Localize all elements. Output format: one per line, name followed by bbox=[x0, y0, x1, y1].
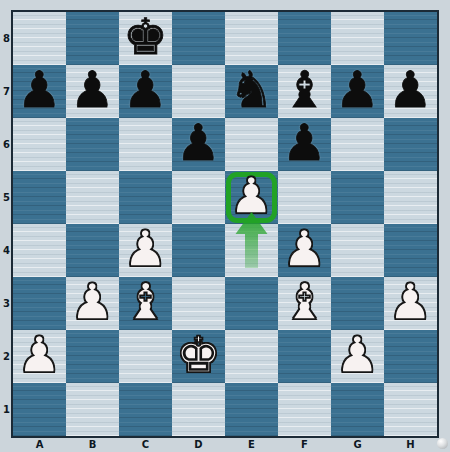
black-knight[interactable]: ♞ bbox=[229, 64, 274, 117]
file-label-g: G bbox=[331, 438, 384, 452]
square-g3[interactable] bbox=[331, 277, 384, 330]
black-pawn[interactable]: ♟ bbox=[335, 64, 380, 117]
file-label-f: F bbox=[278, 438, 331, 452]
square-e5[interactable]: ♟ bbox=[225, 171, 278, 224]
square-c6[interactable] bbox=[119, 118, 172, 171]
file-label-a: A bbox=[13, 438, 66, 452]
square-g2[interactable]: ♟ bbox=[331, 330, 384, 383]
chess-board[interactable]: ♚♟♟♟♞♝♟♟♟♟♟♟♟♟♝♝♟♟♚♟ bbox=[13, 12, 437, 436]
square-b4[interactable] bbox=[66, 224, 119, 277]
square-a4[interactable] bbox=[13, 224, 66, 277]
square-h5[interactable] bbox=[384, 171, 437, 224]
square-b5[interactable] bbox=[66, 171, 119, 224]
square-f8[interactable] bbox=[278, 12, 331, 65]
square-g8[interactable] bbox=[331, 12, 384, 65]
square-d5[interactable] bbox=[172, 171, 225, 224]
rank-label-4: 4 bbox=[0, 224, 13, 277]
black-bishop[interactable]: ♝ bbox=[282, 64, 327, 117]
square-c5[interactable] bbox=[119, 171, 172, 224]
rank-label-2: 2 bbox=[0, 330, 13, 383]
black-pawn[interactable]: ♟ bbox=[176, 117, 221, 170]
white-pawn[interactable]: ♟ bbox=[282, 223, 327, 276]
square-h3[interactable]: ♟ bbox=[384, 277, 437, 330]
square-f7[interactable]: ♝ bbox=[278, 65, 331, 118]
square-h8[interactable] bbox=[384, 12, 437, 65]
corner-dot-icon bbox=[437, 438, 448, 449]
square-c8[interactable]: ♚ bbox=[119, 12, 172, 65]
rank-label-5: 5 bbox=[0, 171, 13, 224]
square-e4[interactable] bbox=[225, 224, 278, 277]
square-d7[interactable] bbox=[172, 65, 225, 118]
rank-label-7: 7 bbox=[0, 65, 13, 118]
file-label-h: H bbox=[384, 438, 437, 452]
square-a2[interactable]: ♟ bbox=[13, 330, 66, 383]
square-h7[interactable]: ♟ bbox=[384, 65, 437, 118]
white-pawn[interactable]: ♟ bbox=[70, 276, 115, 329]
rank-label-1: 1 bbox=[0, 383, 13, 436]
square-h6[interactable] bbox=[384, 118, 437, 171]
white-pawn[interactable]: ♟ bbox=[388, 276, 433, 329]
black-pawn[interactable]: ♟ bbox=[123, 64, 168, 117]
square-a1[interactable] bbox=[13, 383, 66, 436]
rank-label-3: 3 bbox=[0, 277, 13, 330]
rank-labels-column: 87654321 bbox=[0, 12, 13, 436]
square-h1[interactable] bbox=[384, 383, 437, 436]
square-g4[interactable] bbox=[331, 224, 384, 277]
square-c3[interactable]: ♝ bbox=[119, 277, 172, 330]
square-c1[interactable] bbox=[119, 383, 172, 436]
square-b6[interactable] bbox=[66, 118, 119, 171]
square-d1[interactable] bbox=[172, 383, 225, 436]
black-king[interactable]: ♚ bbox=[123, 11, 168, 64]
white-pawn[interactable]: ♟ bbox=[335, 329, 380, 382]
square-d6[interactable]: ♟ bbox=[172, 118, 225, 171]
square-d4[interactable] bbox=[172, 224, 225, 277]
square-g5[interactable] bbox=[331, 171, 384, 224]
file-labels-row: ABCDEFGH bbox=[13, 438, 437, 452]
square-a7[interactable]: ♟ bbox=[13, 65, 66, 118]
rank-label-8: 8 bbox=[0, 12, 13, 65]
square-b3[interactable]: ♟ bbox=[66, 277, 119, 330]
square-a6[interactable] bbox=[13, 118, 66, 171]
square-b8[interactable] bbox=[66, 12, 119, 65]
square-d8[interactable] bbox=[172, 12, 225, 65]
square-h4[interactable] bbox=[384, 224, 437, 277]
square-g1[interactable] bbox=[331, 383, 384, 436]
square-e6[interactable] bbox=[225, 118, 278, 171]
black-pawn[interactable]: ♟ bbox=[17, 64, 62, 117]
white-pawn[interactable]: ♟ bbox=[123, 223, 168, 276]
square-e2[interactable] bbox=[225, 330, 278, 383]
square-f1[interactable] bbox=[278, 383, 331, 436]
chess-board-screen: 87654321 ♚♟♟♟♞♝♟♟♟♟♟♟♟♟♝♝♟♟♚♟ ABCDEFGH bbox=[0, 0, 450, 452]
square-g7[interactable]: ♟ bbox=[331, 65, 384, 118]
square-f2[interactable] bbox=[278, 330, 331, 383]
square-c4[interactable]: ♟ bbox=[119, 224, 172, 277]
square-c7[interactable]: ♟ bbox=[119, 65, 172, 118]
square-h2[interactable] bbox=[384, 330, 437, 383]
file-label-d: D bbox=[172, 438, 225, 452]
square-c2[interactable] bbox=[119, 330, 172, 383]
square-a5[interactable] bbox=[13, 171, 66, 224]
white-bishop[interactable]: ♝ bbox=[123, 276, 168, 329]
white-pawn[interactable]: ♟ bbox=[229, 170, 274, 223]
square-e3[interactable] bbox=[225, 277, 278, 330]
square-b7[interactable]: ♟ bbox=[66, 65, 119, 118]
file-label-b: B bbox=[66, 438, 119, 452]
file-label-c: C bbox=[119, 438, 172, 452]
square-d3[interactable] bbox=[172, 277, 225, 330]
black-pawn[interactable]: ♟ bbox=[388, 64, 433, 117]
white-pawn[interactable]: ♟ bbox=[17, 329, 62, 382]
white-king[interactable]: ♚ bbox=[176, 329, 221, 382]
square-f6[interactable]: ♟ bbox=[278, 118, 331, 171]
square-d2[interactable]: ♚ bbox=[172, 330, 225, 383]
square-f5[interactable] bbox=[278, 171, 331, 224]
file-label-e: E bbox=[225, 438, 278, 452]
square-e8[interactable] bbox=[225, 12, 278, 65]
square-a3[interactable] bbox=[13, 277, 66, 330]
square-b2[interactable] bbox=[66, 330, 119, 383]
square-g6[interactable] bbox=[331, 118, 384, 171]
square-a8[interactable] bbox=[13, 12, 66, 65]
square-e7[interactable]: ♞ bbox=[225, 65, 278, 118]
square-f3[interactable]: ♝ bbox=[278, 277, 331, 330]
black-pawn[interactable]: ♟ bbox=[70, 64, 115, 117]
square-f4[interactable]: ♟ bbox=[278, 224, 331, 277]
white-bishop[interactable]: ♝ bbox=[282, 276, 327, 329]
rank-label-6: 6 bbox=[0, 118, 13, 171]
square-b1[interactable] bbox=[66, 383, 119, 436]
square-e1[interactable] bbox=[225, 383, 278, 436]
black-pawn[interactable]: ♟ bbox=[282, 117, 327, 170]
